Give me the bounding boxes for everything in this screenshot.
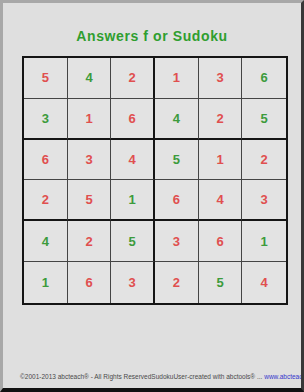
cell-r2c5: 2 [199, 99, 243, 140]
cell-r3c4: 5 [155, 140, 199, 181]
footer-credit: User-created with abctools® ... www.abct… [173, 373, 304, 380]
cell-r3c1: 6 [24, 140, 68, 181]
cell-r2c1: 3 [24, 99, 68, 140]
cell-r4c2: 5 [68, 180, 112, 221]
cell-r2c4: 4 [155, 99, 199, 140]
cell-r3c3: 4 [111, 140, 155, 181]
cell-r1c1: 5 [24, 58, 68, 99]
cell-r1c4: 1 [155, 58, 199, 99]
cell-r2c6: 5 [242, 99, 286, 140]
cell-r4c4: 6 [155, 180, 199, 221]
cell-r6c5: 5 [199, 262, 243, 303]
cell-r5c4: 3 [155, 221, 199, 262]
footer-doc-title: Sudoku [151, 373, 173, 380]
cell-r6c4: 2 [155, 262, 199, 303]
cell-r1c2: 4 [68, 58, 112, 99]
cell-r6c6: 4 [242, 262, 286, 303]
worksheet-page: Answers f or Sudoku 54213631642563451225… [0, 0, 304, 392]
footer-credit-text: User-created with abctools® ... [173, 373, 262, 380]
cell-r3c2: 3 [68, 140, 112, 181]
cell-r6c3: 3 [111, 262, 155, 303]
cell-r1c3: 2 [111, 58, 155, 99]
cell-r4c5: 4 [199, 180, 243, 221]
cell-r4c1: 2 [24, 180, 68, 221]
sudoku-board: 542136316425634512251643425361163254 [22, 56, 288, 305]
page-title: Answers f or Sudoku [3, 28, 301, 44]
cell-r5c2: 2 [68, 221, 112, 262]
cell-r4c3: 1 [111, 180, 155, 221]
footer: ©2001-2013 abcteach® - All Rights Reserv… [3, 373, 301, 380]
cell-r1c6: 6 [242, 58, 286, 99]
cell-r6c1: 1 [24, 262, 68, 303]
cell-r5c1: 4 [24, 221, 68, 262]
cell-r5c3: 5 [111, 221, 155, 262]
cell-r3c6: 2 [242, 140, 286, 181]
cell-r5c6: 1 [242, 221, 286, 262]
cell-r5c5: 6 [199, 221, 243, 262]
footer-copyright: ©2001-2013 abcteach® - All Rights Reserv… [20, 373, 151, 380]
cell-r4c6: 3 [242, 180, 286, 221]
abcteach-link[interactable]: www.abcteach.com [264, 373, 304, 380]
cell-r6c2: 6 [68, 262, 112, 303]
cell-r2c2: 1 [68, 99, 112, 140]
cell-r1c5: 3 [199, 58, 243, 99]
cell-r2c3: 6 [111, 99, 155, 140]
cell-r3c5: 1 [199, 140, 243, 181]
